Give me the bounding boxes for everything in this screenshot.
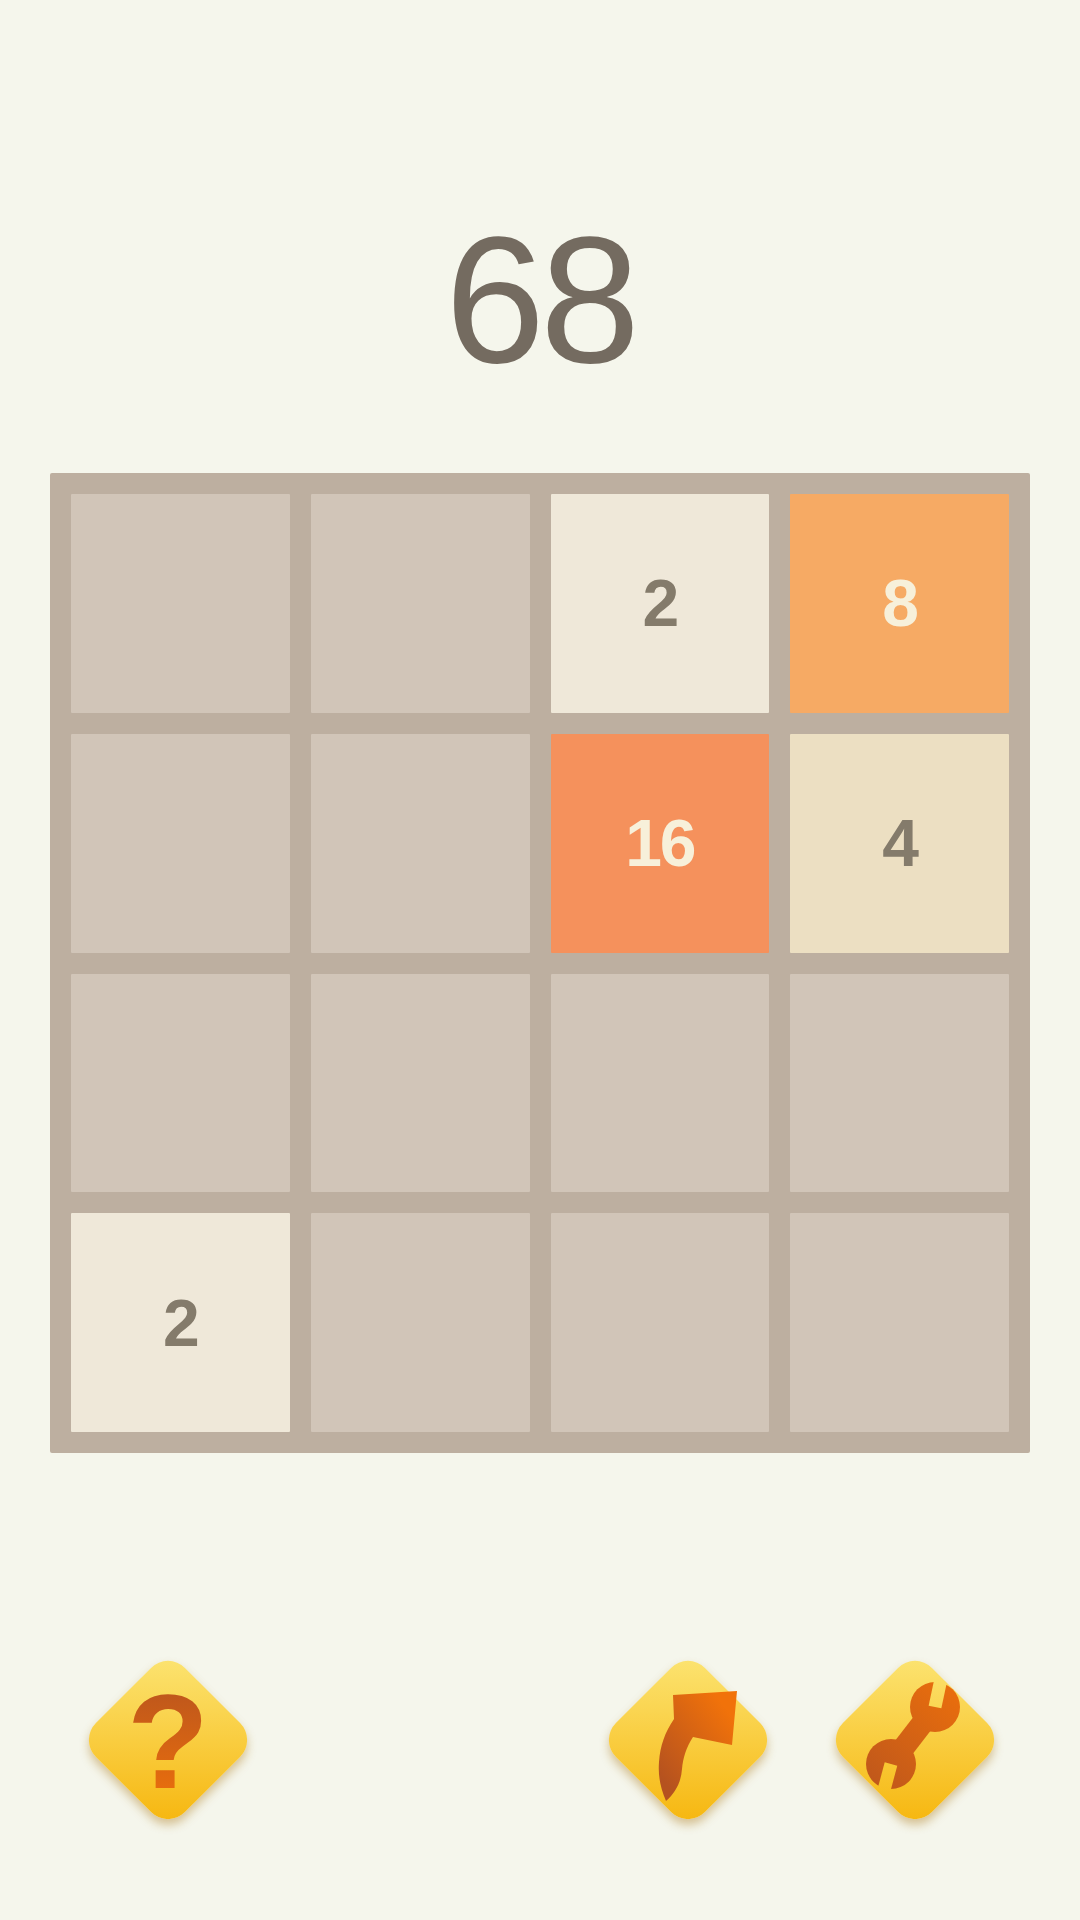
question-mark-icon: ? [78, 1650, 258, 1830]
empty-cell-r2c1 [71, 734, 290, 953]
help-button[interactable]: ? [78, 1650, 258, 1830]
share-button[interactable] [598, 1650, 778, 1830]
tile-4-r2c4: 4 [790, 734, 1009, 953]
tile-2-r4c1: 2 [71, 1213, 290, 1432]
svg-text:?: ? [127, 1667, 209, 1816]
empty-cell-r3c4 [790, 974, 1009, 1193]
empty-cell-r1c2 [311, 494, 530, 713]
curved-arrow-icon [598, 1650, 778, 1830]
empty-cell-r4c4 [790, 1213, 1009, 1432]
empty-cell-r3c3 [551, 974, 770, 1193]
tile-2-r1c3: 2 [551, 494, 770, 713]
tile-16-r2c3: 16 [551, 734, 770, 953]
empty-cell-r4c3 [551, 1213, 770, 1432]
score: 68 [0, 192, 1080, 408]
empty-cell-r1c1 [71, 494, 290, 713]
wrench-icon [825, 1650, 1005, 1830]
empty-cell-r3c2 [311, 974, 530, 1193]
tile-8-r1c4: 8 [790, 494, 1009, 713]
board-grid[interactable]: 281642 [50, 473, 1030, 1453]
empty-cell-r2c2 [311, 734, 530, 953]
empty-cell-r4c2 [311, 1213, 530, 1432]
settings-button[interactable] [825, 1650, 1005, 1830]
empty-cell-r3c1 [71, 974, 290, 1193]
